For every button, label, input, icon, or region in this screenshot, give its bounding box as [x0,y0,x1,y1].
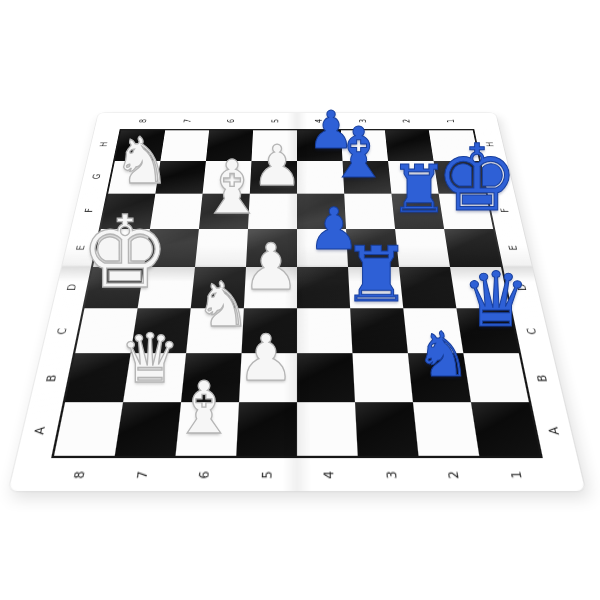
square-d5 [244,267,297,308]
square-e6 [195,229,248,267]
square-f2 [391,194,444,229]
square-h6 [206,130,253,160]
square-g8 [108,161,160,194]
square-d2 [399,267,456,308]
square-b2 [408,353,471,402]
square-h3 [341,130,388,160]
square-e7 [144,229,199,267]
square-a8 [54,402,123,456]
square-f3 [344,194,395,229]
square-d3 [348,267,403,308]
square-b5 [239,353,297,402]
square-a1 [471,402,540,456]
square-g3 [343,161,392,194]
square-c4 [297,308,352,353]
square-a5 [236,402,297,456]
square-h7 [160,130,209,160]
square-b8 [65,353,131,402]
square-f1 [439,194,493,229]
square-g6 [203,161,252,194]
square-c1 [456,308,518,353]
square-f4 [297,194,346,229]
square-a7 [115,402,181,456]
square-g4 [297,161,344,194]
square-e3 [346,229,399,267]
square-e1 [444,229,501,267]
square-h2 [385,130,434,160]
square-d8 [84,267,144,308]
square-b1 [463,353,529,402]
board-photo-scene: 87654321 87654321 HGFEDCBA HGFEDCBA ♞♚♛♝… [0,0,600,600]
square-b3 [352,353,413,402]
square-h5 [251,130,297,160]
chess-board-grid [51,129,543,458]
chess-mat: 87654321 87654321 HGFEDCBA HGFEDCBA [9,113,586,491]
square-h8 [115,130,165,160]
square-f5 [248,194,297,229]
square-g5 [250,161,297,194]
square-c6 [186,308,244,353]
square-c3 [350,308,408,353]
square-g1 [434,161,486,194]
square-g2 [388,161,439,194]
square-c7 [131,308,191,353]
square-a2 [413,402,479,456]
square-e8 [93,229,150,267]
square-h1 [429,130,479,160]
square-c8 [75,308,137,353]
square-e5 [246,229,297,267]
square-b4 [297,353,355,402]
square-a6 [176,402,240,456]
square-d6 [191,267,246,308]
square-f8 [101,194,155,229]
square-a3 [355,402,419,456]
square-a4 [297,402,358,456]
square-d1 [450,267,510,308]
rank-labels-far: 87654321 [120,115,474,128]
square-h4 [297,130,343,160]
square-f6 [199,194,250,229]
square-f7 [150,194,203,229]
square-c5 [242,308,297,353]
square-b6 [181,353,242,402]
square-d7 [138,267,195,308]
square-g7 [155,161,206,194]
square-e2 [395,229,450,267]
square-d4 [297,267,350,308]
square-b7 [123,353,186,402]
square-c2 [403,308,463,353]
rank-labels-near: 87654321 [45,461,549,488]
square-e4 [297,229,348,267]
